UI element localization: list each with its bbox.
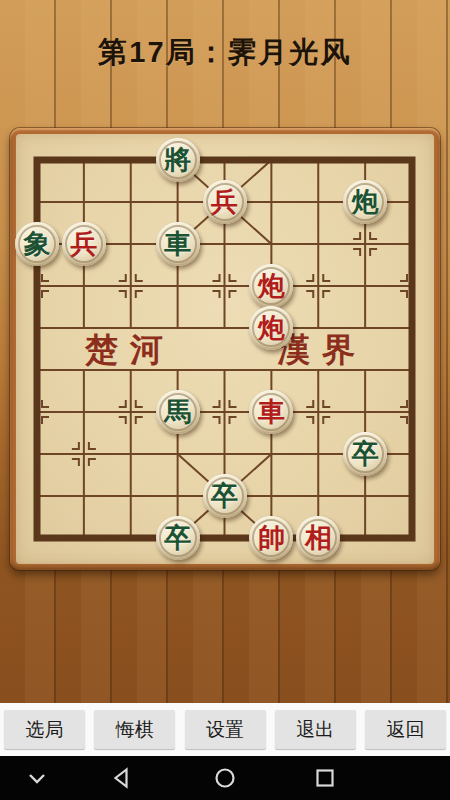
piece-red-chariot[interactable]: 車 [249, 390, 293, 434]
piece-glyph: 炮 [352, 189, 379, 216]
piece-glyph: 炮 [258, 273, 285, 300]
piece-black-soldier[interactable]: 卒 [343, 432, 387, 476]
exit-button[interactable]: 退出 [275, 710, 356, 749]
piece-red-cannon[interactable]: 炮 [249, 306, 293, 350]
piece-black-chariot[interactable]: 車 [156, 222, 200, 266]
piece-red-cannon[interactable]: 炮 [249, 264, 293, 308]
android-nav-bar [0, 756, 450, 800]
piece-glyph: 象 [24, 231, 51, 258]
piece-black-elephant[interactable]: 象 [15, 222, 59, 266]
chevron-down-icon[interactable] [25, 766, 49, 790]
page-title: 第17局：霁月光风 [0, 33, 450, 73]
piece-glyph: 車 [258, 399, 285, 426]
xiangqi-board: 楚河漢界 將兵炮象兵車炮炮馬車卒卒卒帥相 [10, 128, 440, 570]
piece-red-soldier[interactable]: 兵 [62, 222, 106, 266]
piece-black-soldier[interactable]: 卒 [156, 516, 200, 560]
recents-icon[interactable] [313, 766, 337, 790]
piece-black-cannon[interactable]: 炮 [343, 180, 387, 224]
select-game-button[interactable]: 选局 [4, 710, 85, 749]
piece-black-general[interactable]: 將 [156, 138, 200, 182]
piece-glyph: 馬 [164, 399, 191, 426]
app-screen: 第17局：霁月光风 楚河漢界 將兵炮象兵車炮炮馬車卒卒卒帥相 选局 悔棋 设置 … [0, 0, 450, 800]
piece-glyph: 卒 [352, 441, 379, 468]
piece-glyph: 炮 [258, 315, 285, 342]
piece-red-elephant[interactable]: 相 [296, 516, 340, 560]
piece-glyph: 相 [305, 525, 332, 552]
settings-button[interactable]: 设置 [185, 710, 266, 749]
back-icon[interactable] [110, 766, 134, 790]
return-button[interactable]: 返回 [365, 710, 446, 749]
home-icon[interactable] [213, 766, 237, 790]
piece-glyph: 將 [164, 147, 191, 174]
piece-glyph: 卒 [164, 525, 191, 552]
piece-black-soldier[interactable]: 卒 [203, 474, 247, 518]
piece-red-soldier[interactable]: 兵 [203, 180, 247, 224]
piece-glyph: 兵 [70, 231, 97, 258]
piece-red-general[interactable]: 帥 [249, 516, 293, 560]
piece-glyph: 兵 [211, 189, 238, 216]
piece-glyph: 車 [164, 231, 191, 258]
board-points-grid[interactable]: 將兵炮象兵車炮炮馬車卒卒卒帥相 [14, 139, 436, 559]
piece-glyph: 帥 [258, 525, 285, 552]
piece-glyph: 卒 [211, 483, 238, 510]
bottom-toolbar: 选局 悔棋 设置 退出 返回 [0, 703, 450, 756]
piece-black-horse[interactable]: 馬 [156, 390, 200, 434]
undo-move-button[interactable]: 悔棋 [94, 710, 175, 749]
